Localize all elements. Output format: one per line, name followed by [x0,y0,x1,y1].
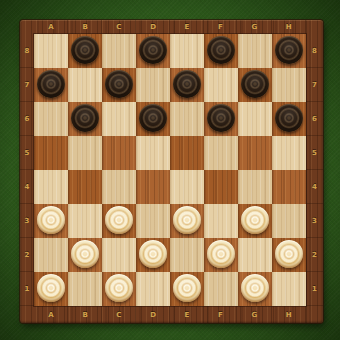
file-label-e: E [170,20,203,34]
square-d4[interactable] [136,170,170,204]
rank-label-4: 4 [20,170,34,204]
square-d8[interactable]: ⛂ [136,34,170,68]
light-piece-a1[interactable]: ⛀ [37,274,65,302]
square-a8[interactable] [34,34,68,68]
rank-labels-right: 87654321 [306,34,323,306]
square-g2[interactable] [238,238,272,272]
file-label-c: C [102,306,136,323]
rank-label-7: 7 [20,68,34,102]
dark-piece-d6[interactable]: ⛂ [139,104,167,132]
square-f2[interactable]: ⛀ [204,238,238,272]
square-h8[interactable]: ⛂ [272,34,306,68]
file-label-b: B [68,306,102,323]
square-f7[interactable] [204,68,238,102]
square-a2[interactable] [34,238,68,272]
dark-man-glyph: ⛂ [149,113,157,124]
dark-man-glyph: ⛂ [285,113,293,124]
file-label-a: A [34,20,68,34]
board-squares: ⛂⛂⛂⛂⛂⛂⛂⛂⛂⛂⛂⛂⛀⛀⛀⛀⛀⛀⛀⛀⛀⛀⛀⛀ [34,34,306,306]
dark-piece-a7[interactable]: ⛂ [37,70,65,98]
dark-man-glyph: ⛂ [251,79,259,90]
rank-label-2: 2 [20,238,34,272]
light-man-glyph: ⛀ [149,249,157,260]
square-a3[interactable]: ⛀ [34,204,68,238]
dark-man-glyph: ⛂ [183,79,191,90]
square-a4[interactable] [34,170,68,204]
light-man-glyph: ⛀ [47,215,55,226]
square-a1[interactable]: ⛀ [34,272,68,306]
square-g6[interactable] [238,102,272,136]
light-man-glyph: ⛀ [115,215,123,226]
square-e7[interactable]: ⛂ [170,68,204,102]
square-h1[interactable] [272,272,306,306]
rank-label-2: 2 [306,238,323,272]
square-h7[interactable] [272,68,306,102]
dark-piece-g7[interactable]: ⛂ [241,70,269,98]
rank-label-3: 3 [306,204,323,238]
square-c6[interactable] [102,102,136,136]
square-c2[interactable] [102,238,136,272]
light-piece-f2[interactable]: ⛀ [207,240,235,268]
square-g8[interactable] [238,34,272,68]
dark-piece-f8[interactable]: ⛂ [207,36,235,64]
file-label-g: G [237,306,271,323]
dark-piece-d8[interactable]: ⛂ [139,36,167,64]
light-man-glyph: ⛀ [285,249,293,260]
file-label-g: G [237,20,271,34]
square-c8[interactable] [102,34,136,68]
file-labels-top: ABCDEFGH [34,20,306,34]
square-h6[interactable]: ⛂ [272,102,306,136]
square-b8[interactable]: ⛂ [68,34,102,68]
file-label-c: C [102,20,136,34]
square-a7[interactable]: ⛂ [34,68,68,102]
file-label-h: H [272,20,307,34]
square-f5[interactable] [204,136,238,170]
game-table: ABCDEFGH ABCDEFGH 87654321 87654321 ⛂⛂⛂⛂… [0,0,340,340]
square-h5[interactable] [272,136,306,170]
square-h2[interactable]: ⛀ [272,238,306,272]
light-piece-d2[interactable]: ⛀ [139,240,167,268]
rank-label-6: 6 [306,102,323,136]
square-c4[interactable] [102,170,136,204]
square-e2[interactable] [170,238,204,272]
square-d5[interactable] [136,136,170,170]
dark-man-glyph: ⛂ [81,45,89,56]
light-man-glyph: ⛀ [183,215,191,226]
light-piece-e1[interactable]: ⛀ [173,274,201,302]
dark-piece-e7[interactable]: ⛂ [173,70,201,98]
dark-piece-b8[interactable]: ⛂ [71,36,99,64]
dark-piece-h6[interactable]: ⛂ [275,104,303,132]
rank-label-6: 6 [20,102,34,136]
square-c3[interactable]: ⛀ [102,204,136,238]
rank-label-4: 4 [306,170,323,204]
rank-label-1: 1 [20,272,34,306]
square-b6[interactable]: ⛂ [68,102,102,136]
file-label-a: A [34,306,68,323]
square-e4[interactable] [170,170,204,204]
light-man-glyph: ⛀ [251,215,259,226]
square-d7[interactable] [136,68,170,102]
light-piece-c3[interactable]: ⛀ [105,206,133,234]
square-d3[interactable] [136,204,170,238]
rank-labels-left: 87654321 [20,34,34,306]
file-label-f: F [204,306,237,323]
dark-man-glyph: ⛂ [149,45,157,56]
checkers-board: ABCDEFGH ABCDEFGH 87654321 87654321 ⛂⛂⛂⛂… [20,20,323,323]
light-piece-c1[interactable]: ⛀ [105,274,133,302]
rank-label-5: 5 [306,136,323,170]
square-f3[interactable] [204,204,238,238]
light-man-glyph: ⛀ [217,249,225,260]
square-b3[interactable] [68,204,102,238]
rank-label-1: 1 [306,272,323,306]
square-d6[interactable]: ⛂ [136,102,170,136]
light-piece-g1[interactable]: ⛀ [241,274,269,302]
dark-man-glyph: ⛂ [217,45,225,56]
file-label-d: D [136,306,170,323]
light-piece-a3[interactable]: ⛀ [37,206,65,234]
square-a6[interactable] [34,102,68,136]
square-d2[interactable]: ⛀ [136,238,170,272]
square-c5[interactable] [102,136,136,170]
square-e1[interactable]: ⛀ [170,272,204,306]
square-b7[interactable] [68,68,102,102]
light-man-glyph: ⛀ [251,283,259,294]
light-man-glyph: ⛀ [81,249,89,260]
square-c1[interactable]: ⛀ [102,272,136,306]
square-g5[interactable] [238,136,272,170]
square-e8[interactable] [170,34,204,68]
dark-man-glyph: ⛂ [285,45,293,56]
dark-man-glyph: ⛂ [217,113,225,124]
file-label-e: E [170,306,203,323]
square-d1[interactable] [136,272,170,306]
dark-man-glyph: ⛂ [81,113,89,124]
square-e3[interactable]: ⛀ [170,204,204,238]
file-label-f: F [204,20,237,34]
square-h3[interactable] [272,204,306,238]
square-b5[interactable] [68,136,102,170]
square-b1[interactable] [68,272,102,306]
light-piece-h2[interactable]: ⛀ [275,240,303,268]
light-man-glyph: ⛀ [183,283,191,294]
rank-label-8: 8 [306,34,323,68]
light-man-glyph: ⛀ [115,283,123,294]
square-f6[interactable]: ⛂ [204,102,238,136]
rank-label-8: 8 [20,34,34,68]
rank-label-7: 7 [306,68,323,102]
file-label-b: B [68,20,102,34]
square-h4[interactable] [272,170,306,204]
dark-man-glyph: ⛂ [115,79,123,90]
file-label-h: H [272,306,307,323]
square-g4[interactable] [238,170,272,204]
square-g7[interactable]: ⛂ [238,68,272,102]
dark-man-glyph: ⛂ [47,79,55,90]
square-b4[interactable] [68,170,102,204]
square-a5[interactable] [34,136,68,170]
light-piece-b2[interactable]: ⛀ [71,240,99,268]
square-g1[interactable]: ⛀ [238,272,272,306]
rank-label-5: 5 [20,136,34,170]
dark-piece-h8[interactable]: ⛂ [275,36,303,64]
light-piece-g3[interactable]: ⛀ [241,206,269,234]
square-g3[interactable]: ⛀ [238,204,272,238]
square-e5[interactable] [170,136,204,170]
square-f4[interactable] [204,170,238,204]
light-man-glyph: ⛀ [47,283,55,294]
file-labels-bottom: ABCDEFGH [34,306,306,323]
square-e6[interactable] [170,102,204,136]
light-piece-e3[interactable]: ⛀ [173,206,201,234]
dark-piece-b6[interactable]: ⛂ [71,104,99,132]
file-label-d: D [136,20,170,34]
dark-piece-c7[interactable]: ⛂ [105,70,133,98]
square-f1[interactable] [204,272,238,306]
square-c7[interactable]: ⛂ [102,68,136,102]
square-f8[interactable]: ⛂ [204,34,238,68]
square-b2[interactable]: ⛀ [68,238,102,272]
rank-label-3: 3 [20,204,34,238]
dark-piece-f6[interactable]: ⛂ [207,104,235,132]
